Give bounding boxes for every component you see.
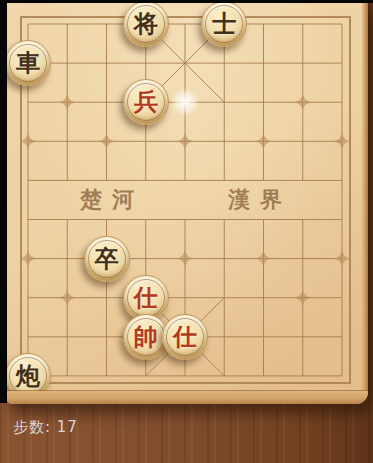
piece-character: 士 xyxy=(202,2,246,46)
piece-character: 車 xyxy=(6,41,50,85)
piece-black-advisor[interactable]: 士 xyxy=(201,1,247,47)
xiangqi-board[interactable]: 楚河 漢界 将士車兵卒仕帥仕炮 xyxy=(7,3,368,404)
piece-black-soldier[interactable]: 卒 xyxy=(84,236,130,282)
piece-red-advisor[interactable]: 仕 xyxy=(162,314,208,360)
piece-black-chariot[interactable]: 車 xyxy=(5,40,51,86)
river-label-right: 漢界 xyxy=(228,185,292,215)
river-label-left: 楚河 xyxy=(80,185,144,215)
last-move-glow xyxy=(171,88,199,116)
screen-top-strip xyxy=(0,0,373,3)
piece-character: 卒 xyxy=(85,237,129,281)
piece-character: 仕 xyxy=(163,315,207,359)
piece-character: 兵 xyxy=(124,80,168,124)
piece-red-soldier[interactable]: 兵 xyxy=(123,79,169,125)
piece-black-general[interactable]: 将 xyxy=(123,1,169,47)
move-counter: 步数: 17 xyxy=(13,418,78,437)
screen-left-strip xyxy=(0,0,7,403)
board-edge-right xyxy=(361,3,368,394)
piece-character: 将 xyxy=(124,2,168,46)
board-edge-bottom xyxy=(7,391,368,404)
